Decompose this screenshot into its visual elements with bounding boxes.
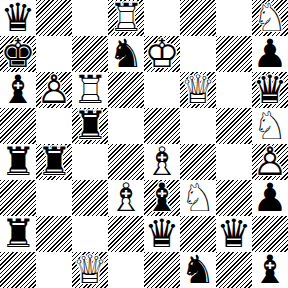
piece-fill-underlay: ♛ [0, 0, 36, 36]
piece-black-rook-c5: ♜ [72, 108, 108, 144]
piece-black-rook-b4: ♜ [36, 144, 72, 180]
square-c8[interactable] [72, 0, 108, 36]
piece-fill-underlay: ♚ [0, 36, 36, 72]
square-f3[interactable]: ♞♘ [180, 180, 216, 216]
square-c4[interactable] [72, 144, 108, 180]
piece-fill-underlay: ♝ [252, 252, 288, 288]
square-b1[interactable] [36, 252, 72, 288]
piece-white-knight-h5: ♘ [252, 108, 288, 144]
piece-black-knight-d7: ♞ [108, 36, 144, 72]
piece-white-knight-f3: ♘ [180, 180, 216, 216]
square-g1[interactable] [216, 252, 252, 288]
piece-black-queen-h6: ♛ [252, 72, 288, 108]
piece-fill-underlay: ♟ [252, 180, 288, 216]
square-g5[interactable] [216, 108, 252, 144]
square-b5[interactable] [36, 108, 72, 144]
square-a1[interactable] [0, 252, 36, 288]
piece-black-rook-a4: ♜ [0, 144, 36, 180]
square-b3[interactable] [36, 180, 72, 216]
piece-white-queen-f6: ♕ [180, 72, 216, 108]
chess-board: ♛♛♜♖♞♘♚♚♞♞♚♔♟♟♝♝♟♙♜♖♛♕♛♛♜♜♞♘♜♜♜♜♝♗♟♙♝♗♝♝… [0, 0, 288, 288]
piece-fill-underlay: ♞ [180, 252, 216, 288]
square-a4[interactable]: ♜♜ [0, 144, 36, 180]
square-d5[interactable] [108, 108, 144, 144]
square-d2[interactable] [108, 216, 144, 252]
piece-fill-underlay: ♝ [144, 144, 180, 180]
piece-white-rook-d8: ♖ [108, 0, 144, 36]
piece-fill-underlay: ♛ [144, 216, 180, 252]
square-e5[interactable] [144, 108, 180, 144]
piece-white-pawn-h4: ♙ [252, 144, 288, 180]
square-g7[interactable] [216, 36, 252, 72]
piece-black-rook-a2: ♜ [0, 216, 36, 252]
square-a5[interactable] [0, 108, 36, 144]
square-g3[interactable] [216, 180, 252, 216]
piece-fill-underlay: ♜ [72, 108, 108, 144]
piece-fill-underlay: ♟ [36, 72, 72, 108]
square-f1[interactable]: ♞♞ [180, 252, 216, 288]
piece-fill-underlay: ♛ [216, 216, 252, 252]
square-e3[interactable]: ♝♝ [144, 180, 180, 216]
piece-black-king-a7: ♚ [0, 36, 36, 72]
square-b4[interactable]: ♜♜ [36, 144, 72, 180]
piece-black-knight-f1: ♞ [180, 252, 216, 288]
square-h7[interactable]: ♟♟ [252, 36, 288, 72]
square-f5[interactable] [180, 108, 216, 144]
piece-black-queen-a8: ♛ [0, 0, 36, 36]
piece-fill-underlay: ♜ [0, 216, 36, 252]
square-a2[interactable]: ♜♜ [0, 216, 36, 252]
piece-black-bishop-e3: ♝ [144, 180, 180, 216]
square-h3[interactable]: ♟♟ [252, 180, 288, 216]
piece-fill-underlay: ♝ [144, 180, 180, 216]
piece-fill-underlay: ♞ [180, 180, 216, 216]
square-c6[interactable]: ♜♖ [72, 72, 108, 108]
square-d4[interactable] [108, 144, 144, 180]
piece-fill-underlay: ♝ [0, 72, 36, 108]
square-e1[interactable] [144, 252, 180, 288]
piece-fill-underlay: ♝ [108, 180, 144, 216]
square-b6[interactable]: ♟♙ [36, 72, 72, 108]
piece-black-bishop-h1: ♝ [252, 252, 288, 288]
square-b7[interactable] [36, 36, 72, 72]
piece-black-bishop-a6: ♝ [0, 72, 36, 108]
square-d3[interactable]: ♝♗ [108, 180, 144, 216]
square-f2[interactable] [180, 216, 216, 252]
square-e6[interactable] [144, 72, 180, 108]
piece-fill-underlay: ♞ [252, 108, 288, 144]
square-h1[interactable]: ♝♝ [252, 252, 288, 288]
piece-white-queen-c1: ♕ [72, 252, 108, 288]
square-g6[interactable] [216, 72, 252, 108]
piece-fill-underlay: ♜ [72, 72, 108, 108]
square-c3[interactable] [72, 180, 108, 216]
piece-fill-underlay: ♞ [108, 36, 144, 72]
square-d1[interactable] [108, 252, 144, 288]
piece-black-queen-g2: ♛ [216, 216, 252, 252]
square-d8[interactable]: ♜♖ [108, 0, 144, 36]
square-e4[interactable]: ♝♗ [144, 144, 180, 180]
square-a8[interactable]: ♛♛ [0, 0, 36, 36]
square-f8[interactable] [180, 0, 216, 36]
piece-black-pawn-h3: ♟ [252, 180, 288, 216]
square-b2[interactable] [36, 216, 72, 252]
square-e8[interactable] [144, 0, 180, 36]
piece-black-pawn-h7: ♟ [252, 36, 288, 72]
square-h6[interactable]: ♛♛ [252, 72, 288, 108]
square-c5[interactable]: ♜♜ [72, 108, 108, 144]
square-g2[interactable]: ♛♛ [216, 216, 252, 252]
square-g4[interactable] [216, 144, 252, 180]
piece-fill-underlay: ♜ [0, 144, 36, 180]
square-h5[interactable]: ♞♘ [252, 108, 288, 144]
piece-fill-underlay: ♞ [252, 0, 288, 36]
piece-fill-underlay: ♜ [108, 0, 144, 36]
square-c1[interactable]: ♛♕ [72, 252, 108, 288]
piece-fill-underlay: ♛ [252, 72, 288, 108]
piece-white-knight-h8: ♘ [252, 0, 288, 36]
square-a7[interactable]: ♚♚ [0, 36, 36, 72]
piece-fill-underlay: ♛ [180, 72, 216, 108]
piece-white-pawn-b6: ♙ [36, 72, 72, 108]
square-h4[interactable]: ♟♙ [252, 144, 288, 180]
square-f4[interactable] [180, 144, 216, 180]
piece-fill-underlay: ♜ [36, 144, 72, 180]
square-h2[interactable] [252, 216, 288, 252]
square-c2[interactable] [72, 216, 108, 252]
square-f6[interactable]: ♛♕ [180, 72, 216, 108]
piece-white-bishop-e4: ♗ [144, 144, 180, 180]
square-d6[interactable] [108, 72, 144, 108]
square-b8[interactable] [36, 0, 72, 36]
square-a3[interactable] [0, 180, 36, 216]
square-f7[interactable] [180, 36, 216, 72]
piece-white-rook-c6: ♖ [72, 72, 108, 108]
piece-white-king-e7: ♔ [144, 36, 180, 72]
piece-black-queen-e2: ♛ [144, 216, 180, 252]
square-c7[interactable] [72, 36, 108, 72]
square-e7[interactable]: ♚♔ [144, 36, 180, 72]
square-e2[interactable]: ♛♛ [144, 216, 180, 252]
piece-white-bishop-d3: ♗ [108, 180, 144, 216]
piece-fill-underlay: ♛ [72, 252, 108, 288]
square-a6[interactable]: ♝♝ [0, 72, 36, 108]
square-d7[interactable]: ♞♞ [108, 36, 144, 72]
piece-fill-underlay: ♟ [252, 144, 288, 180]
square-g8[interactable] [216, 0, 252, 36]
piece-fill-underlay: ♟ [252, 36, 288, 72]
square-h8[interactable]: ♞♘ [252, 0, 288, 36]
piece-fill-underlay: ♚ [144, 36, 180, 72]
